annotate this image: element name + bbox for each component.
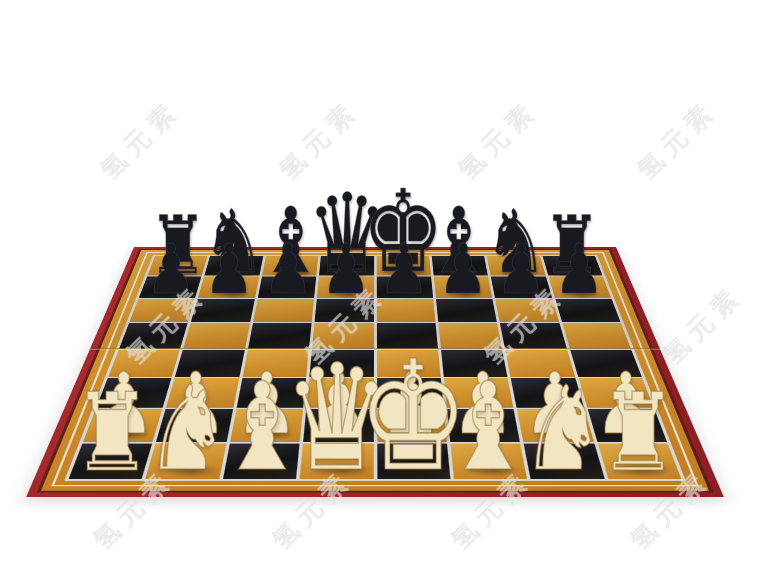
piece-glyph: ♜: [599, 379, 678, 487]
black-pawn[interactable]: ♟: [198, 236, 260, 305]
square-g5[interactable]: [500, 323, 566, 348]
photo-canvas: ♜♞♝♛♚♝♞♜♟♟♟♟♟♟♟♟♟♟♟♟♟♟♟♟♜♞♝♛♚♝♞♜ 氢元素氢元素氢…: [0, 0, 760, 570]
black-pawn[interactable]: ♟: [257, 236, 319, 305]
square-a5[interactable]: [119, 323, 188, 348]
watermark-text: 氢元素: [93, 93, 188, 188]
black-pawn[interactable]: ♟: [490, 236, 552, 305]
watermark-text: 氢元素: [451, 93, 546, 188]
watermark-text: 氢元素: [630, 93, 725, 188]
piece-glyph: ♟: [320, 236, 371, 305]
piece-glyph: ♟: [554, 236, 605, 305]
watermark-text: 氢元素: [656, 278, 751, 373]
square-b5[interactable]: [184, 323, 250, 348]
piece-glyph: ♟: [379, 236, 430, 305]
piece-glyph: ♟: [496, 236, 547, 305]
piece-glyph: ♟: [145, 236, 196, 305]
square-h5[interactable]: [562, 323, 631, 348]
black-pawn[interactable]: ♟: [432, 236, 494, 305]
piece-glyph: ♟: [262, 236, 313, 305]
piece-glyph: ♟: [437, 236, 488, 305]
piece-glyph: ♟: [204, 236, 255, 305]
black-pawn[interactable]: ♟: [373, 236, 435, 305]
black-pawn[interactable]: ♟: [315, 236, 377, 305]
black-pawn[interactable]: ♟: [140, 236, 202, 305]
white-rook[interactable]: ♜: [590, 379, 686, 487]
black-pawn[interactable]: ♟: [548, 236, 610, 305]
pieces-layer: ♜♞♝♛♚♝♞♜♟♟♟♟♟♟♟♟♟♟♟♟♟♟♟♟♜♞♝♛♚♝♞♜: [0, 0, 760, 570]
